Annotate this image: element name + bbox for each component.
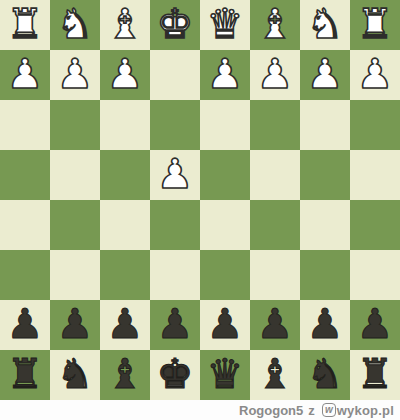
square-f4[interactable] bbox=[100, 150, 150, 200]
black-knight: ♞ bbox=[57, 349, 94, 399]
watermark: Rogogon5 z w wykop.pl bbox=[0, 400, 400, 420]
wykop-logo-letter: w bbox=[325, 405, 333, 415]
square-g7[interactable]: ♟ bbox=[50, 300, 100, 350]
white-pawn: ♟ bbox=[157, 149, 194, 199]
black-pawn: ♟ bbox=[257, 299, 294, 349]
square-f3[interactable] bbox=[100, 100, 150, 150]
square-a3[interactable] bbox=[350, 100, 400, 150]
square-b3[interactable] bbox=[300, 100, 350, 150]
black-pawn: ♟ bbox=[7, 299, 44, 349]
page: ♜♞♝♚♛♝♞♜♟♟♟♟♟♟♟♟♟♟♟♟♟♟♟♟♜♞♝♚♛♝♞♜ Rogogon… bbox=[0, 0, 400, 420]
square-f2[interactable]: ♟ bbox=[100, 50, 150, 100]
white-knight: ♞ bbox=[57, 0, 94, 49]
white-pawn: ♟ bbox=[57, 49, 94, 99]
white-pawn: ♟ bbox=[7, 49, 44, 99]
watermark-preposition: z bbox=[308, 403, 315, 418]
black-pawn: ♟ bbox=[357, 299, 394, 349]
white-pawn: ♟ bbox=[207, 49, 244, 99]
square-h4[interactable] bbox=[0, 150, 50, 200]
square-g8[interactable]: ♞ bbox=[50, 350, 100, 400]
square-a5[interactable] bbox=[350, 200, 400, 250]
square-d6[interactable] bbox=[200, 250, 250, 300]
square-g3[interactable] bbox=[50, 100, 100, 150]
white-pawn: ♟ bbox=[307, 49, 344, 99]
chess-board: ♜♞♝♚♛♝♞♜♟♟♟♟♟♟♟♟♟♟♟♟♟♟♟♟♜♞♝♚♛♝♞♜ bbox=[0, 0, 400, 400]
white-knight: ♞ bbox=[307, 0, 344, 49]
square-c2[interactable]: ♟ bbox=[250, 50, 300, 100]
black-pawn: ♟ bbox=[207, 299, 244, 349]
white-rook: ♜ bbox=[7, 0, 44, 49]
square-b4[interactable] bbox=[300, 150, 350, 200]
square-c6[interactable] bbox=[250, 250, 300, 300]
square-h1[interactable]: ♜ bbox=[0, 0, 50, 50]
square-d4[interactable] bbox=[200, 150, 250, 200]
square-e4[interactable]: ♟ bbox=[150, 150, 200, 200]
square-f5[interactable] bbox=[100, 200, 150, 250]
square-e5[interactable] bbox=[150, 200, 200, 250]
square-c5[interactable] bbox=[250, 200, 300, 250]
black-pawn: ♟ bbox=[107, 299, 144, 349]
square-e6[interactable] bbox=[150, 250, 200, 300]
square-b1[interactable]: ♞ bbox=[300, 0, 350, 50]
square-b2[interactable]: ♟ bbox=[300, 50, 350, 100]
square-a8[interactable]: ♜ bbox=[350, 350, 400, 400]
square-f1[interactable]: ♝ bbox=[100, 0, 150, 50]
black-rook: ♜ bbox=[357, 349, 394, 399]
black-pawn: ♟ bbox=[57, 299, 94, 349]
square-d7[interactable]: ♟ bbox=[200, 300, 250, 350]
black-king: ♚ bbox=[157, 349, 194, 399]
square-d1[interactable]: ♛ bbox=[200, 0, 250, 50]
square-g2[interactable]: ♟ bbox=[50, 50, 100, 100]
square-b5[interactable] bbox=[300, 200, 350, 250]
square-e1[interactable]: ♚ bbox=[150, 0, 200, 50]
black-bishop: ♝ bbox=[107, 349, 144, 399]
square-c4[interactable] bbox=[250, 150, 300, 200]
square-b8[interactable]: ♞ bbox=[300, 350, 350, 400]
square-h3[interactable] bbox=[0, 100, 50, 150]
white-pawn: ♟ bbox=[107, 49, 144, 99]
white-queen: ♛ bbox=[207, 0, 244, 49]
square-d8[interactable]: ♛ bbox=[200, 350, 250, 400]
square-a7[interactable]: ♟ bbox=[350, 300, 400, 350]
square-f7[interactable]: ♟ bbox=[100, 300, 150, 350]
square-a6[interactable] bbox=[350, 250, 400, 300]
square-a4[interactable] bbox=[350, 150, 400, 200]
black-knight: ♞ bbox=[307, 349, 344, 399]
square-d2[interactable]: ♟ bbox=[200, 50, 250, 100]
white-bishop: ♝ bbox=[107, 0, 144, 49]
square-g4[interactable] bbox=[50, 150, 100, 200]
square-h8[interactable]: ♜ bbox=[0, 350, 50, 400]
black-pawn: ♟ bbox=[307, 299, 344, 349]
white-king: ♚ bbox=[157, 0, 194, 49]
square-e3[interactable] bbox=[150, 100, 200, 150]
square-e7[interactable]: ♟ bbox=[150, 300, 200, 350]
square-g6[interactable] bbox=[50, 250, 100, 300]
square-c3[interactable] bbox=[250, 100, 300, 150]
square-b6[interactable] bbox=[300, 250, 350, 300]
square-g1[interactable]: ♞ bbox=[50, 0, 100, 50]
square-d5[interactable] bbox=[200, 200, 250, 250]
black-bishop: ♝ bbox=[257, 349, 294, 399]
black-pawn: ♟ bbox=[157, 299, 194, 349]
square-h2[interactable]: ♟ bbox=[0, 50, 50, 100]
white-pawn: ♟ bbox=[357, 49, 394, 99]
square-f6[interactable] bbox=[100, 250, 150, 300]
white-pawn: ♟ bbox=[257, 49, 294, 99]
square-d3[interactable] bbox=[200, 100, 250, 150]
square-e2[interactable] bbox=[150, 50, 200, 100]
black-queen: ♛ bbox=[207, 349, 244, 399]
white-rook: ♜ bbox=[357, 0, 394, 49]
watermark-author: Rogogon5 bbox=[239, 403, 303, 418]
square-c1[interactable]: ♝ bbox=[250, 0, 300, 50]
square-c7[interactable]: ♟ bbox=[250, 300, 300, 350]
wykop-logo-icon: w bbox=[322, 403, 336, 417]
square-h5[interactable] bbox=[0, 200, 50, 250]
square-f8[interactable]: ♝ bbox=[100, 350, 150, 400]
square-b7[interactable]: ♟ bbox=[300, 300, 350, 350]
square-h7[interactable]: ♟ bbox=[0, 300, 50, 350]
black-rook: ♜ bbox=[7, 349, 44, 399]
square-a2[interactable]: ♟ bbox=[350, 50, 400, 100]
square-e8[interactable]: ♚ bbox=[150, 350, 200, 400]
square-a1[interactable]: ♜ bbox=[350, 0, 400, 50]
square-c8[interactable]: ♝ bbox=[250, 350, 300, 400]
watermark-site: wykop.pl bbox=[337, 403, 394, 418]
white-bishop: ♝ bbox=[257, 0, 294, 49]
square-g5[interactable] bbox=[50, 200, 100, 250]
square-h6[interactable] bbox=[0, 250, 50, 300]
